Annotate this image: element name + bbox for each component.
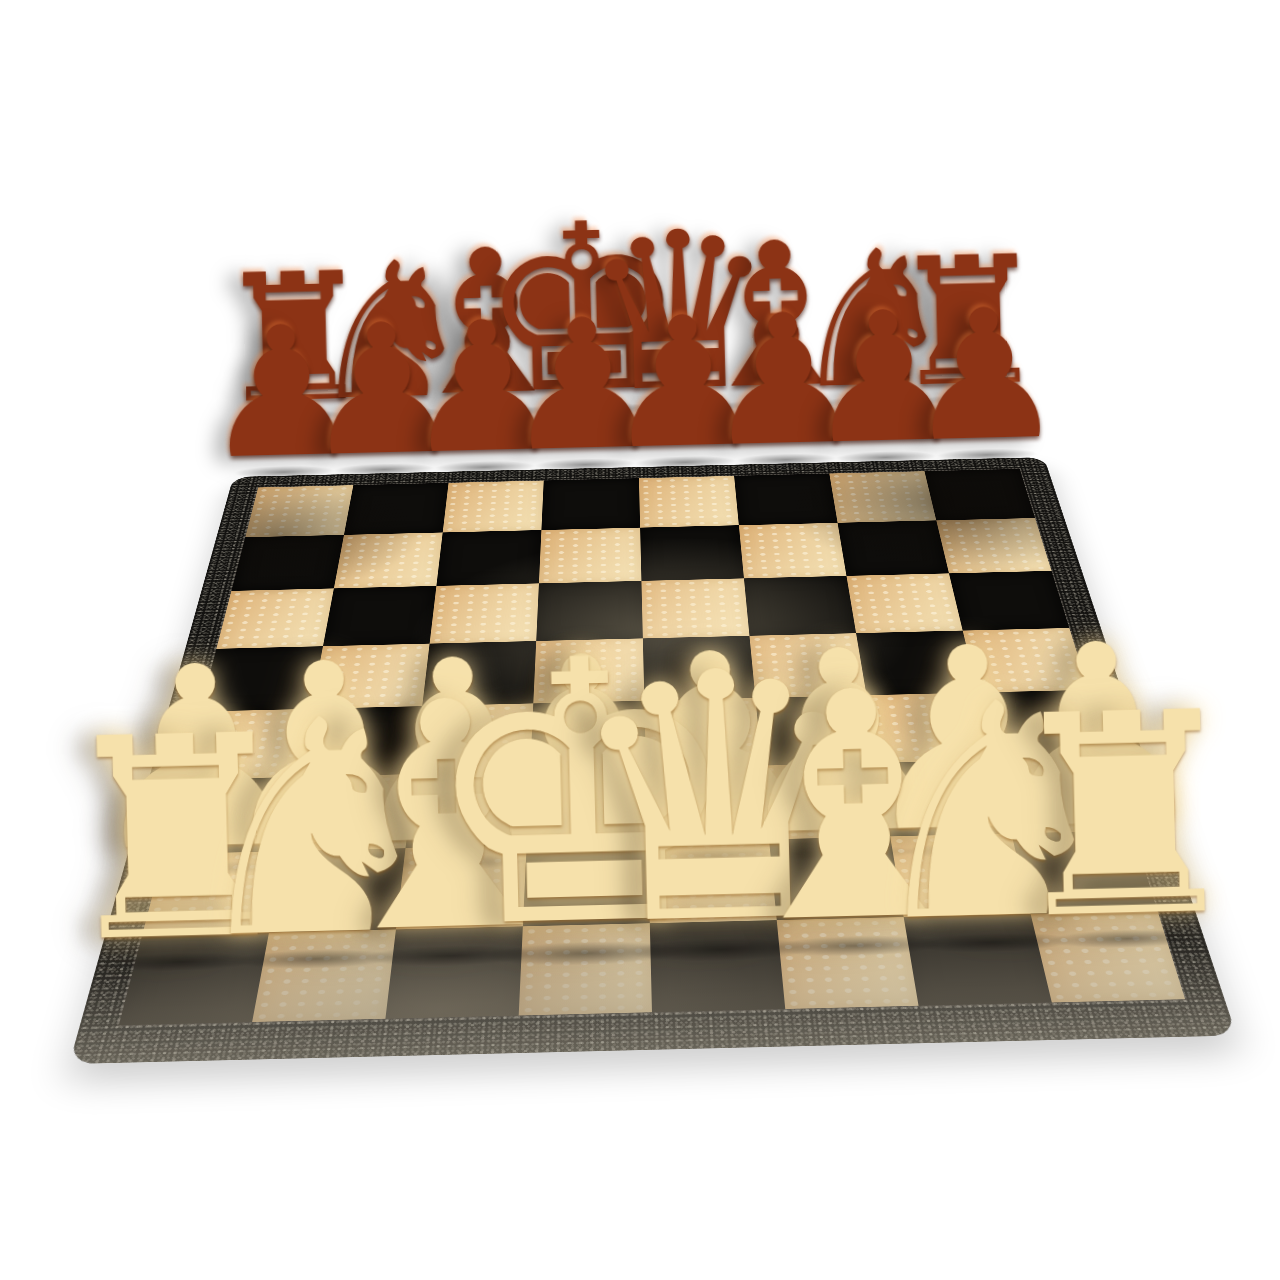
square-b7[interactable]	[334, 532, 443, 588]
light-rook-h1[interactable]: ♜	[997, 675, 1252, 958]
square-d7[interactable]	[539, 528, 642, 584]
photo-scene: ♜♞♝♚♛♝♞♜♟♟♟♟♟♟♟♟♟♟♟♟♟♟♟♟♜♞♝♚♛♝♞♜	[0, 0, 1280, 1280]
square-f7[interactable]	[739, 523, 847, 579]
dark-pawn-h7[interactable]: ♟	[903, 285, 1068, 468]
square-e7[interactable]	[640, 525, 744, 581]
square-h7[interactable]	[936, 518, 1051, 573]
square-a7[interactable]	[231, 535, 344, 591]
pieces-layer: ♜♞♝♚♛♝♞♜♟♟♟♟♟♟♟♟♟♟♟♟♟♟♟♟♜♞♝♚♛♝♞♜	[0, 0, 1280, 1280]
square-c7[interactable]	[436, 530, 541, 586]
square-g7[interactable]	[838, 520, 949, 575]
